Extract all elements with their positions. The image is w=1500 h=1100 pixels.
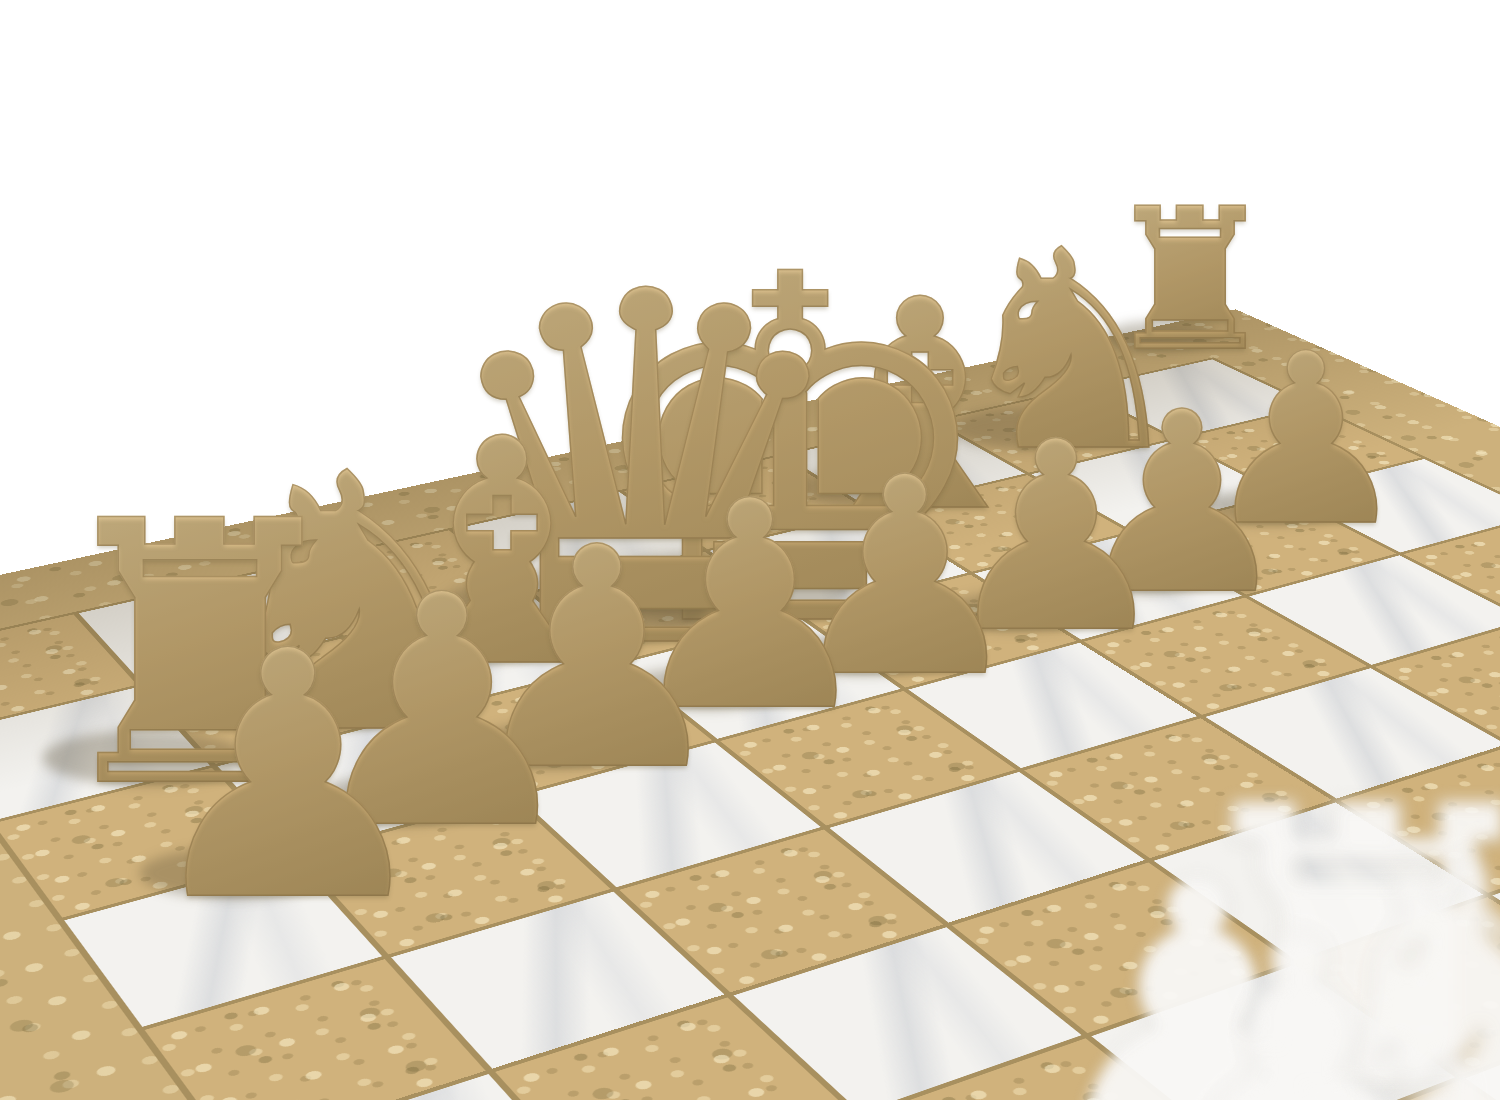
board-squares xyxy=(0,357,1500,1100)
product-photo-stage: ♜♞♝♟♟♚♟♛♝♟♟♞♟♜♟♟♜♟♞♟ xyxy=(0,0,1500,1100)
chessboard xyxy=(0,309,1500,1100)
